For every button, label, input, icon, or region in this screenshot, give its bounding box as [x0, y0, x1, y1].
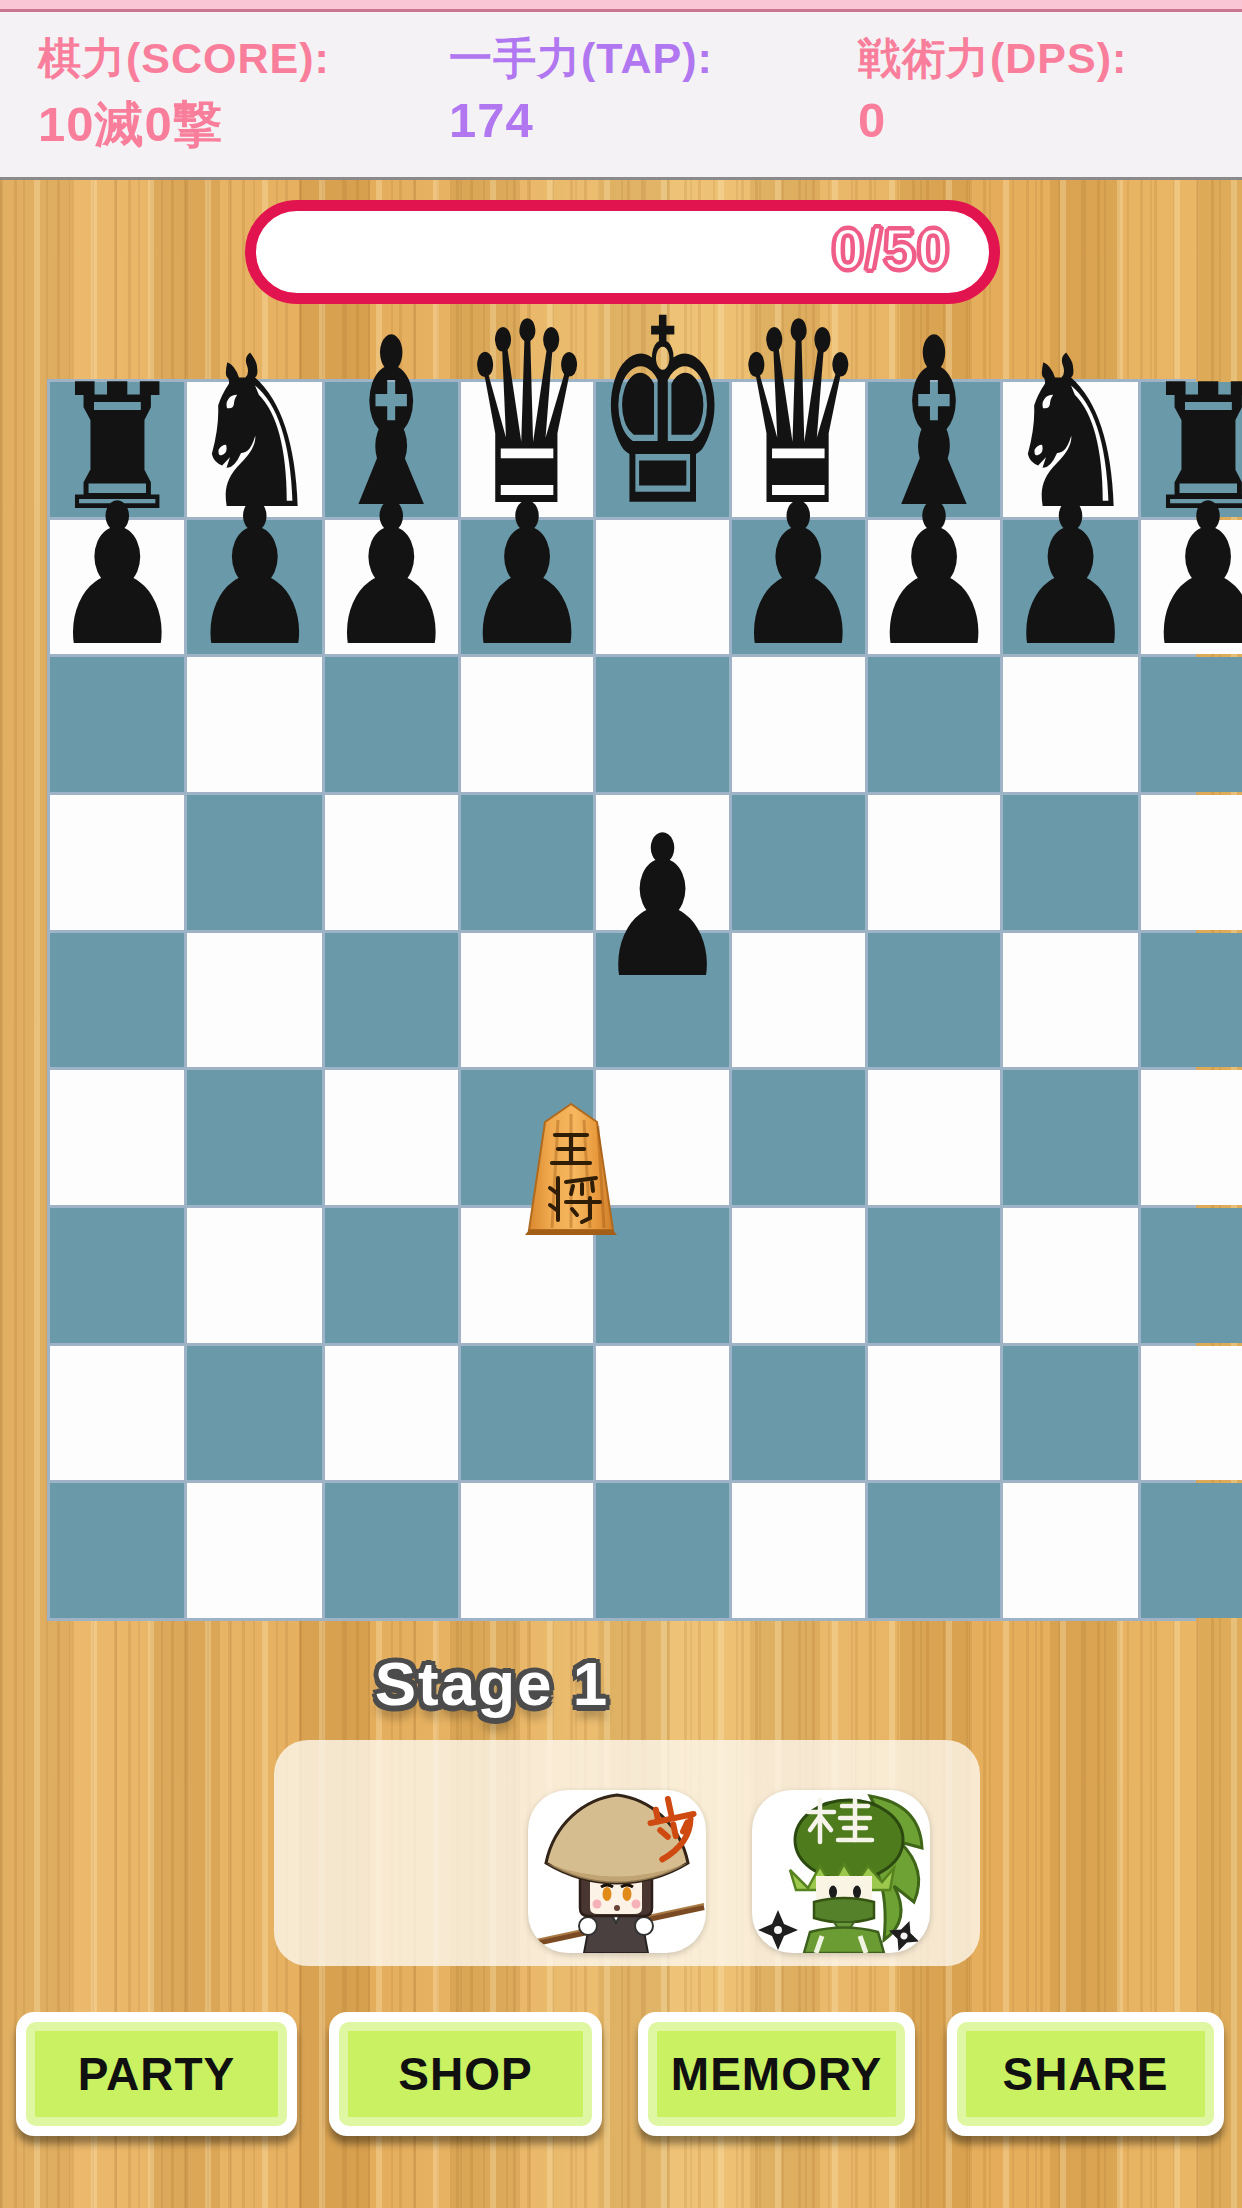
- square-r5c4[interactable]: [461, 933, 594, 1068]
- square-r8c2[interactable]: [187, 1346, 321, 1481]
- dps-value: 0: [858, 92, 886, 148]
- square-r7c3[interactable]: [325, 1208, 458, 1343]
- black-pawn-piece[interactable]: ♟: [1004, 498, 1137, 654]
- score-value: 10滅0撃: [38, 92, 223, 158]
- square-r5c8[interactable]: [1003, 933, 1137, 1068]
- status-bar-line: [0, 9, 1242, 12]
- square-r9c9[interactable]: [1141, 1483, 1242, 1618]
- square-r7c2[interactable]: [187, 1208, 321, 1343]
- square-r8c9[interactable]: [1141, 1346, 1242, 1481]
- tap-label: 一手力(TAP):: [449, 30, 713, 88]
- party-member-knight-card[interactable]: [752, 1790, 930, 1953]
- shop-button-label: SHOP: [398, 2047, 532, 2101]
- black-pawn-piece[interactable]: ♟: [868, 498, 1001, 654]
- square-r6c6[interactable]: [732, 1070, 865, 1205]
- party-member-pawn-card[interactable]: [528, 1790, 706, 1953]
- square-r8c7[interactable]: [868, 1346, 1001, 1481]
- square-r7c8[interactable]: [1003, 1208, 1137, 1343]
- black-pawn-piece[interactable]: ♟: [461, 498, 594, 654]
- square-r4c2[interactable]: [187, 795, 321, 930]
- square-r2c3[interactable]: ♟: [325, 520, 458, 655]
- square-r8c5[interactable]: [596, 1346, 729, 1481]
- tap-value: 174: [449, 92, 534, 148]
- square-r9c8[interactable]: [1003, 1483, 1137, 1618]
- square-r1c5[interactable]: ♚: [596, 382, 729, 517]
- square-r2c2[interactable]: ♟: [187, 520, 321, 655]
- square-r6c3[interactable]: [325, 1070, 458, 1205]
- square-r7c6[interactable]: [732, 1208, 865, 1343]
- square-r2c6[interactable]: ♟: [732, 520, 865, 655]
- shogi-king-piece[interactable]: [514, 1102, 628, 1236]
- square-r9c1[interactable]: [50, 1483, 184, 1618]
- pawn-character-illustration: [528, 1790, 706, 1953]
- square-r5c9[interactable]: [1141, 933, 1242, 1068]
- share-button-label: SHARE: [1002, 2047, 1168, 2101]
- square-r6c8[interactable]: [1003, 1070, 1137, 1205]
- square-r9c4[interactable]: [461, 1483, 594, 1618]
- square-r8c4[interactable]: [461, 1346, 594, 1481]
- square-r5c1[interactable]: [50, 933, 184, 1068]
- square-r6c1[interactable]: [50, 1070, 184, 1205]
- score-label: 棋力(SCORE):: [38, 30, 330, 88]
- square-r8c6[interactable]: [732, 1346, 865, 1481]
- square-r9c6[interactable]: [732, 1483, 865, 1618]
- square-r8c1[interactable]: [50, 1346, 184, 1481]
- square-r5c6[interactable]: [732, 933, 865, 1068]
- square-r9c2[interactable]: [187, 1483, 321, 1618]
- square-r7c9[interactable]: [1141, 1208, 1242, 1343]
- square-r4c1[interactable]: [50, 795, 184, 930]
- square-r8c3[interactable]: [325, 1346, 458, 1481]
- square-r4c5[interactable]: ♟: [596, 795, 729, 930]
- black-pawn-piece[interactable]: ♟: [188, 498, 321, 654]
- black-pawn-piece[interactable]: ♟: [732, 498, 865, 654]
- square-r9c5[interactable]: [596, 1483, 729, 1618]
- square-r8c8[interactable]: [1003, 1346, 1137, 1481]
- square-r6c7[interactable]: [868, 1070, 1001, 1205]
- square-r9c7[interactable]: [868, 1483, 1001, 1618]
- square-r7c7[interactable]: [868, 1208, 1001, 1343]
- square-r6c9[interactable]: [1141, 1070, 1242, 1205]
- square-r4c4[interactable]: [461, 795, 594, 930]
- black-pawn-piece[interactable]: ♟: [325, 498, 458, 654]
- shop-button[interactable]: SHOP: [329, 2012, 602, 2136]
- square-r2c8[interactable]: ♟: [1003, 520, 1137, 655]
- square-r4c8[interactable]: [1003, 795, 1137, 930]
- black-king-piece[interactable]: ♚: [596, 312, 729, 517]
- black-pawn-piece[interactable]: ♟: [51, 498, 184, 654]
- square-r4c6[interactable]: [732, 795, 865, 930]
- black-pawn-piece[interactable]: ♟: [1142, 498, 1242, 654]
- share-button[interactable]: SHARE: [947, 2012, 1224, 2136]
- knight-character-illustration: [752, 1790, 930, 1953]
- square-r2c7[interactable]: ♟: [868, 520, 1001, 655]
- square-r4c9[interactable]: [1141, 795, 1242, 930]
- square-r4c3[interactable]: [325, 795, 458, 930]
- status-bar-strip: [0, 0, 1242, 9]
- party-button[interactable]: PARTY: [16, 2012, 297, 2136]
- stats-header: 棋力(SCORE): 10滅0撃 一手力(TAP): 174 戦術力(DPS):…: [0, 0, 1242, 180]
- square-r7c1[interactable]: [50, 1208, 184, 1343]
- square-r2c9[interactable]: ♟: [1141, 520, 1242, 655]
- party-button-label: PARTY: [78, 2047, 236, 2101]
- dps-label: 戦術力(DPS):: [858, 30, 1127, 88]
- square-r2c4[interactable]: ♟: [461, 520, 594, 655]
- black-pawn-piece-advancing[interactable]: ♟: [596, 830, 729, 986]
- memory-button[interactable]: MEMORY: [638, 2012, 915, 2136]
- square-r6c2[interactable]: [187, 1070, 321, 1205]
- memory-button-label: MEMORY: [671, 2047, 882, 2101]
- square-r3c5[interactable]: [596, 657, 729, 792]
- square-r2c1[interactable]: ♟: [50, 520, 184, 655]
- shuriken-icon: [758, 1910, 798, 1950]
- board-grid[interactable]: ♜♞♝♛♚♛♝♞♜♟♟♟♟♟♟♟♟♟: [47, 379, 1196, 1621]
- square-r4c7[interactable]: [868, 795, 1001, 930]
- square-r5c7[interactable]: [868, 933, 1001, 1068]
- square-r9c3[interactable]: [325, 1483, 458, 1618]
- square-r5c2[interactable]: [187, 933, 321, 1068]
- square-r5c3[interactable]: [325, 933, 458, 1068]
- stage-label: Stage 1: [375, 1648, 610, 1719]
- party-panel: [274, 1740, 980, 1966]
